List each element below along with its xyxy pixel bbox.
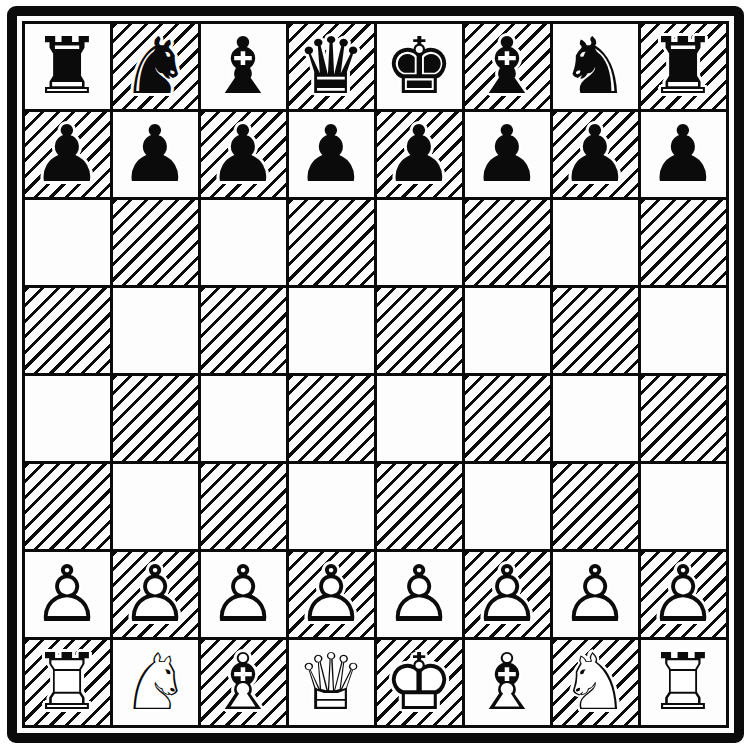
square-a1[interactable]: ♜♖ [25, 640, 110, 725]
white-pawn-piece: ♙ [377, 552, 462, 637]
square-b2[interactable]: ♟♙ [113, 552, 198, 637]
chess-board: ♜♞♝♛♚♝♞♜♟♟♟♟♟♟♟♟♟♙♟♙♟♙♟♙♟♙♟♙♟♙♟♙♜♖♞♘♝♗♛♕… [22, 21, 729, 728]
white-pawn-piece: ♙ [553, 552, 638, 637]
square-h3[interactable] [641, 464, 726, 549]
square-e7[interactable]: ♟ [377, 112, 462, 197]
black-pawn-piece: ♟ [113, 112, 198, 197]
square-a8[interactable]: ♜ [25, 24, 110, 109]
square-a3[interactable] [25, 464, 110, 549]
black-bishop-piece: ♝ [465, 24, 550, 109]
square-g1[interactable]: ♞♘ [553, 640, 638, 725]
square-d2[interactable]: ♟♙ [289, 552, 374, 637]
black-king-piece: ♚ [377, 24, 462, 109]
square-d3[interactable] [289, 464, 374, 549]
square-e8[interactable]: ♚ [377, 24, 462, 109]
black-pawn-piece: ♟ [25, 112, 110, 197]
square-d7[interactable]: ♟ [289, 112, 374, 197]
square-b8[interactable]: ♞ [113, 24, 198, 109]
square-a5[interactable] [25, 288, 110, 373]
black-rook-piece: ♜ [641, 24, 726, 109]
white-pawn-piece: ♙ [465, 552, 550, 637]
square-f4[interactable] [465, 376, 550, 461]
black-pawn-piece: ♟ [641, 112, 726, 197]
white-pawn-piece: ♙ [289, 552, 374, 637]
white-rook-piece: ♖ [641, 640, 726, 725]
square-a6[interactable] [25, 200, 110, 285]
black-rook-piece: ♜ [25, 24, 110, 109]
square-b5[interactable] [113, 288, 198, 373]
white-king-piece: ♔ [377, 640, 462, 725]
square-c1[interactable]: ♝♗ [201, 640, 286, 725]
square-f5[interactable] [465, 288, 550, 373]
square-e6[interactable] [377, 200, 462, 285]
white-pawn-piece: ♙ [641, 552, 726, 637]
square-h1[interactable]: ♜♖ [641, 640, 726, 725]
square-f1[interactable]: ♝♗ [465, 640, 550, 725]
square-h7[interactable]: ♟ [641, 112, 726, 197]
black-bishop-piece: ♝ [201, 24, 286, 109]
square-h5[interactable] [641, 288, 726, 373]
square-e1[interactable]: ♚♔ [377, 640, 462, 725]
square-f3[interactable] [465, 464, 550, 549]
white-pawn-piece: ♙ [113, 552, 198, 637]
black-knight-piece: ♞ [113, 24, 198, 109]
black-knight-piece: ♞ [553, 24, 638, 109]
square-a2[interactable]: ♟♙ [25, 552, 110, 637]
square-e5[interactable] [377, 288, 462, 373]
square-a7[interactable]: ♟ [25, 112, 110, 197]
white-knight-piece: ♘ [113, 640, 198, 725]
square-c8[interactable]: ♝ [201, 24, 286, 109]
square-c6[interactable] [201, 200, 286, 285]
white-pawn-piece: ♙ [25, 552, 110, 637]
square-d8[interactable]: ♛ [289, 24, 374, 109]
black-pawn-piece: ♟ [465, 112, 550, 197]
square-f6[interactable] [465, 200, 550, 285]
square-g6[interactable] [553, 200, 638, 285]
square-c2[interactable]: ♟♙ [201, 552, 286, 637]
square-b6[interactable] [113, 200, 198, 285]
square-f2[interactable]: ♟♙ [465, 552, 550, 637]
square-b3[interactable] [113, 464, 198, 549]
square-g7[interactable]: ♟ [553, 112, 638, 197]
square-b7[interactable]: ♟ [113, 112, 198, 197]
square-e2[interactable]: ♟♙ [377, 552, 462, 637]
square-b4[interactable] [113, 376, 198, 461]
square-d4[interactable] [289, 376, 374, 461]
black-pawn-piece: ♟ [377, 112, 462, 197]
square-a4[interactable] [25, 376, 110, 461]
white-rook-piece: ♖ [25, 640, 110, 725]
black-queen-piece: ♛ [289, 24, 374, 109]
white-pawn-piece: ♙ [201, 552, 286, 637]
square-c4[interactable] [201, 376, 286, 461]
square-f7[interactable]: ♟ [465, 112, 550, 197]
square-g8[interactable]: ♞ [553, 24, 638, 109]
black-pawn-piece: ♟ [553, 112, 638, 197]
black-pawn-piece: ♟ [201, 112, 286, 197]
square-g5[interactable] [553, 288, 638, 373]
white-knight-piece: ♘ [553, 640, 638, 725]
square-d1[interactable]: ♛♕ [289, 640, 374, 725]
white-bishop-piece: ♗ [465, 640, 550, 725]
square-e4[interactable] [377, 376, 462, 461]
square-f8[interactable]: ♝ [465, 24, 550, 109]
square-g2[interactable]: ♟♙ [553, 552, 638, 637]
square-d5[interactable] [289, 288, 374, 373]
square-h2[interactable]: ♟♙ [641, 552, 726, 637]
black-pawn-piece: ♟ [289, 112, 374, 197]
white-bishop-piece: ♗ [201, 640, 286, 725]
white-queen-piece: ♕ [289, 640, 374, 725]
square-c3[interactable] [201, 464, 286, 549]
board-frame: ♜♞♝♛♚♝♞♜♟♟♟♟♟♟♟♟♟♙♟♙♟♙♟♙♟♙♟♙♟♙♟♙♜♖♞♘♝♗♛♕… [7, 6, 744, 743]
square-g4[interactable] [553, 376, 638, 461]
square-e3[interactable] [377, 464, 462, 549]
square-h8[interactable]: ♜ [641, 24, 726, 109]
square-c5[interactable] [201, 288, 286, 373]
square-h6[interactable] [641, 200, 726, 285]
square-h4[interactable] [641, 376, 726, 461]
square-d6[interactable] [289, 200, 374, 285]
square-g3[interactable] [553, 464, 638, 549]
square-c7[interactable]: ♟ [201, 112, 286, 197]
square-b1[interactable]: ♞♘ [113, 640, 198, 725]
